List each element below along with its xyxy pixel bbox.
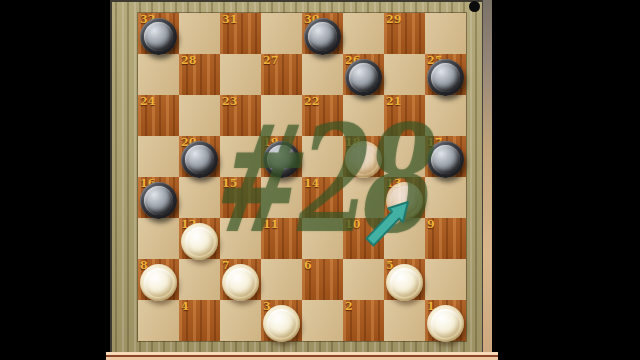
piece-cap bbox=[185, 145, 214, 174]
light-square bbox=[302, 218, 343, 259]
square-number: 22 bbox=[304, 95, 319, 108]
square-1[interactable]: 1 bbox=[425, 300, 466, 341]
piece-cap bbox=[390, 186, 419, 215]
white-piece-sq8[interactable] bbox=[140, 264, 177, 301]
corner-dot-icon bbox=[469, 1, 480, 12]
light-square bbox=[220, 300, 261, 341]
piece-cap bbox=[267, 145, 296, 174]
square-number: 27 bbox=[263, 54, 278, 67]
piece-cap bbox=[431, 309, 460, 338]
square-number: 24 bbox=[140, 95, 155, 108]
square-5[interactable]: 5 bbox=[384, 259, 425, 300]
black-piece-sq20[interactable] bbox=[181, 141, 218, 178]
light-square bbox=[261, 259, 302, 300]
square-number: 23 bbox=[222, 95, 237, 108]
white-piece-sq5[interactable] bbox=[386, 264, 423, 301]
square-17[interactable]: 17 bbox=[425, 136, 466, 177]
square-18[interactable]: 18 bbox=[343, 136, 384, 177]
light-square bbox=[384, 218, 425, 259]
square-number: 28 bbox=[181, 54, 196, 67]
light-square bbox=[179, 177, 220, 218]
square-12[interactable]: 12 bbox=[179, 218, 220, 259]
square-3[interactable]: 3 bbox=[261, 300, 302, 341]
square-28[interactable]: 28 bbox=[179, 54, 220, 95]
light-square bbox=[261, 95, 302, 136]
next-board-edge bbox=[106, 352, 498, 360]
square-25[interactable]: 25 bbox=[425, 54, 466, 95]
light-square bbox=[384, 136, 425, 177]
black-piece-sq17[interactable] bbox=[427, 141, 464, 178]
light-square bbox=[343, 177, 384, 218]
square-2[interactable]: 2 bbox=[343, 300, 384, 341]
square-9[interactable]: 9 bbox=[425, 218, 466, 259]
square-31[interactable]: 31 bbox=[220, 13, 261, 54]
square-number: 14 bbox=[304, 177, 319, 190]
black-piece-sq16[interactable] bbox=[140, 182, 177, 219]
light-square bbox=[425, 95, 466, 136]
piece-cap bbox=[349, 63, 378, 92]
checkers-board: 3231302928272625242322212019181716151413… bbox=[110, 0, 482, 352]
square-4[interactable]: 4 bbox=[179, 300, 220, 341]
light-square bbox=[220, 136, 261, 177]
light-square bbox=[138, 54, 179, 95]
square-27[interactable]: 27 bbox=[261, 54, 302, 95]
white-piece-sq3[interactable] bbox=[263, 305, 300, 342]
square-number: 29 bbox=[386, 13, 401, 26]
light-square bbox=[220, 54, 261, 95]
square-number: 2 bbox=[345, 300, 353, 313]
white-piece-sq13[interactable] bbox=[386, 182, 423, 219]
square-number: 11 bbox=[263, 218, 278, 231]
piece-cap bbox=[308, 22, 337, 51]
square-22[interactable]: 22 bbox=[302, 95, 343, 136]
black-piece-sq19[interactable] bbox=[263, 141, 300, 178]
square-number: 9 bbox=[427, 218, 435, 231]
piece-cap bbox=[349, 145, 378, 174]
square-number: 6 bbox=[304, 259, 312, 272]
square-19[interactable]: 19 bbox=[261, 136, 302, 177]
piece-cap bbox=[185, 227, 214, 256]
black-piece-sq26[interactable] bbox=[345, 59, 382, 96]
square-6[interactable]: 6 bbox=[302, 259, 343, 300]
piece-cap bbox=[431, 63, 460, 92]
square-number: 31 bbox=[222, 13, 237, 26]
square-13[interactable]: 13 bbox=[384, 177, 425, 218]
white-piece-sq18[interactable] bbox=[345, 141, 382, 178]
square-14[interactable]: 14 bbox=[302, 177, 343, 218]
square-number: 21 bbox=[386, 95, 401, 108]
black-piece-sq25[interactable] bbox=[427, 59, 464, 96]
piece-cap bbox=[390, 268, 419, 297]
square-32[interactable]: 32 bbox=[138, 13, 179, 54]
light-square bbox=[179, 13, 220, 54]
light-square bbox=[220, 218, 261, 259]
light-square bbox=[343, 95, 384, 136]
piece-cap bbox=[144, 22, 173, 51]
board-grid: 3231302928272625242322212019181716151413… bbox=[138, 13, 466, 341]
square-number: 15 bbox=[222, 177, 237, 190]
light-square bbox=[302, 54, 343, 95]
white-piece-sq1[interactable] bbox=[427, 305, 464, 342]
white-piece-sq12[interactable] bbox=[181, 223, 218, 260]
square-7[interactable]: 7 bbox=[220, 259, 261, 300]
piece-cap bbox=[144, 268, 173, 297]
light-square bbox=[179, 95, 220, 136]
light-square bbox=[302, 300, 343, 341]
light-square bbox=[138, 218, 179, 259]
piece-cap bbox=[144, 186, 173, 215]
board-page-edge bbox=[482, 0, 492, 353]
square-29[interactable]: 29 bbox=[384, 13, 425, 54]
light-square bbox=[343, 259, 384, 300]
square-20[interactable]: 20 bbox=[179, 136, 220, 177]
square-11[interactable]: 11 bbox=[261, 218, 302, 259]
square-24[interactable]: 24 bbox=[138, 95, 179, 136]
square-10[interactable]: 10 bbox=[343, 218, 384, 259]
light-square bbox=[425, 13, 466, 54]
light-square bbox=[138, 136, 179, 177]
light-square bbox=[179, 259, 220, 300]
square-15[interactable]: 15 bbox=[220, 177, 261, 218]
piece-cap bbox=[431, 145, 460, 174]
light-square bbox=[384, 54, 425, 95]
square-number: 10 bbox=[345, 218, 360, 231]
square-23[interactable]: 23 bbox=[220, 95, 261, 136]
light-square bbox=[261, 177, 302, 218]
light-square bbox=[138, 300, 179, 341]
light-square bbox=[425, 259, 466, 300]
piece-cap bbox=[267, 309, 296, 338]
light-square bbox=[384, 300, 425, 341]
black-piece-sq30[interactable] bbox=[304, 18, 341, 55]
piece-cap bbox=[226, 268, 255, 297]
square-26[interactable]: 26 bbox=[343, 54, 384, 95]
square-number: 4 bbox=[181, 300, 189, 313]
square-16[interactable]: 16 bbox=[138, 177, 179, 218]
light-square bbox=[343, 13, 384, 54]
light-square bbox=[425, 177, 466, 218]
screen: 3231302928272625242322212019181716151413… bbox=[0, 0, 640, 360]
light-square bbox=[261, 13, 302, 54]
square-30[interactable]: 30 bbox=[302, 13, 343, 54]
white-piece-sq7[interactable] bbox=[222, 264, 259, 301]
square-8[interactable]: 8 bbox=[138, 259, 179, 300]
black-piece-sq32[interactable] bbox=[140, 18, 177, 55]
light-square bbox=[302, 136, 343, 177]
square-21[interactable]: 21 bbox=[384, 95, 425, 136]
